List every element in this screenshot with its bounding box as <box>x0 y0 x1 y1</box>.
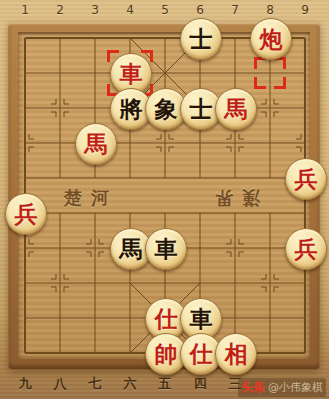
file-label-top-7: 7 <box>225 3 245 17</box>
piece-black-chariot[interactable]: 車 <box>145 228 187 270</box>
piece-glyph: 兵 <box>295 238 318 261</box>
watermark-badge: 头条 <box>241 379 265 396</box>
river-text-hanjie: 漢界 <box>206 186 260 210</box>
piece-black-advisor[interactable]: 士 <box>180 18 222 60</box>
file-label-top-8: 8 <box>260 3 280 17</box>
piece-glyph: 士 <box>190 28 213 51</box>
piece-glyph: 炮 <box>260 28 283 51</box>
piece-glyph: 馬 <box>225 98 248 121</box>
piece-glyph: 仕 <box>155 308 178 331</box>
file-label-top-1: 1 <box>15 3 35 17</box>
file-label-top-5: 5 <box>155 3 175 17</box>
file-label-bottom-1: 九 <box>14 375 36 393</box>
piece-glyph: 士 <box>190 98 213 121</box>
file-label-bottom-4: 六 <box>119 375 141 393</box>
file-label-top-4: 4 <box>120 3 140 17</box>
piece-red-horse[interactable]: 馬 <box>215 88 257 130</box>
watermark: 头条 @小伟象棋 <box>238 378 326 397</box>
file-label-top-3: 3 <box>85 3 105 17</box>
file-label-bottom-5: 五 <box>154 375 176 393</box>
piece-glyph: 兵 <box>15 203 38 226</box>
piece-red-soldier[interactable]: 兵 <box>5 193 47 235</box>
piece-red-elephant[interactable]: 相 <box>215 333 257 375</box>
file-label-top-6: 6 <box>190 3 210 17</box>
piece-glyph: 車 <box>190 308 213 331</box>
river-text-chuhe: 楚河 <box>64 186 118 210</box>
piece-glyph: 車 <box>155 238 178 261</box>
file-label-top-2: 2 <box>50 3 70 17</box>
piece-glyph: 車 <box>120 63 143 86</box>
file-label-bottom-2: 八 <box>49 375 71 393</box>
piece-red-soldier[interactable]: 兵 <box>285 158 327 200</box>
file-label-bottom-6: 四 <box>189 375 211 393</box>
piece-glyph: 馬 <box>85 133 108 156</box>
piece-glyph: 仕 <box>190 343 213 366</box>
piece-glyph: 相 <box>225 343 248 366</box>
piece-red-soldier[interactable]: 兵 <box>285 228 327 270</box>
piece-glyph: 將 <box>120 98 143 121</box>
xiangqi-board-screenshot: 123456789 九八七六五四三 楚河 漢界 士炮車將象士馬馬兵兵馬車兵仕車帥… <box>0 0 329 399</box>
file-label-top-9: 9 <box>295 3 315 17</box>
watermark-handle: @小伟象棋 <box>268 380 323 395</box>
piece-glyph: 兵 <box>295 168 318 191</box>
piece-glyph: 馬 <box>120 238 143 261</box>
piece-red-cannon[interactable]: 炮 <box>250 18 292 60</box>
piece-glyph: 象 <box>155 98 178 121</box>
piece-red-horse[interactable]: 馬 <box>75 123 117 165</box>
piece-glyph: 帥 <box>155 343 178 366</box>
file-label-bottom-3: 七 <box>84 375 106 393</box>
